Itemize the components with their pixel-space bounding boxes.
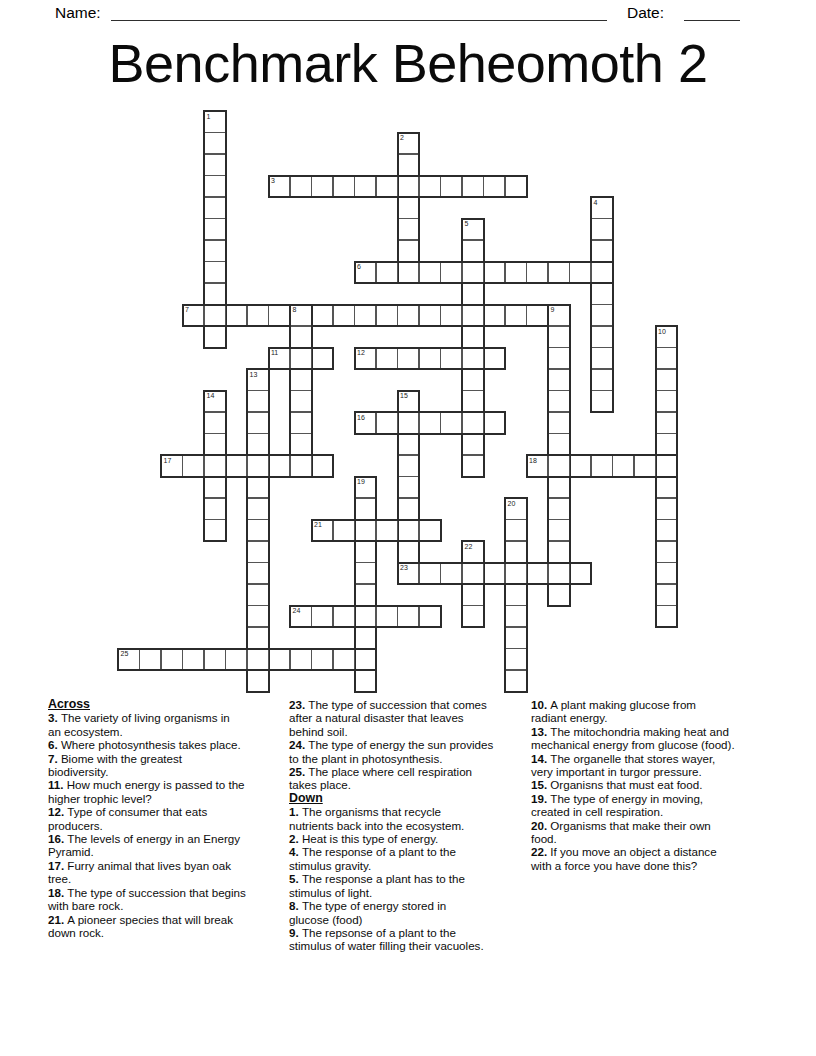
clue-23-across: 23. The type of succession that comesaft… <box>289 698 531 738</box>
cell-separator <box>291 433 311 434</box>
clue-number: 24 <box>293 607 301 615</box>
cell-separator <box>291 411 311 412</box>
clue-12-across: 12. Type of consumer that eatsproducers. <box>48 805 290 832</box>
cell-separator <box>592 347 612 348</box>
cell-separator <box>590 263 591 283</box>
cell-separator <box>461 413 462 433</box>
clue-number: 13 <box>250 371 258 379</box>
cell-separator <box>463 239 483 240</box>
cell-separator <box>440 177 441 197</box>
clue-number: 8 <box>293 306 297 314</box>
cell-separator <box>311 177 312 197</box>
cell-separator <box>182 650 183 670</box>
cell-separator <box>203 456 204 476</box>
clue-number: 10 <box>658 328 666 336</box>
cell-separator <box>549 347 569 348</box>
cell-separator <box>289 650 290 670</box>
answer-16-across[interactable]: 16 <box>354 411 507 435</box>
cell-separator <box>375 349 376 369</box>
cell-separator <box>549 325 569 326</box>
clue-number: 19 <box>357 478 365 486</box>
cell-separator <box>205 175 225 176</box>
cell-separator <box>440 263 441 283</box>
cell-separator <box>569 263 570 283</box>
cell-separator <box>461 564 462 584</box>
cell-separator <box>205 282 225 283</box>
cell-separator <box>506 540 526 541</box>
cell-separator <box>549 411 569 412</box>
cell-separator <box>225 456 226 476</box>
cell-separator <box>657 411 677 412</box>
cell-separator <box>526 564 527 584</box>
page-title: Benchmark Beheomoth 2 <box>0 36 816 90</box>
clue-11-across: 11. How much energy is passed to thehigh… <box>48 778 290 805</box>
cell-separator <box>203 650 204 670</box>
cell-separator <box>506 519 526 520</box>
cell-separator <box>375 413 376 433</box>
cell-separator <box>375 306 376 326</box>
cell-separator <box>504 306 505 326</box>
answer-7-across[interactable]: 7 <box>182 304 571 328</box>
cell-separator <box>248 497 268 498</box>
clue-19-down: 19. The type of energy in moving,created… <box>531 792 767 819</box>
cell-separator <box>612 456 613 476</box>
cell-separator <box>268 456 269 476</box>
clue-7-across: 7. Biome with the greatestbiodiversity. <box>48 752 290 779</box>
cell-separator <box>463 390 483 391</box>
cell-separator <box>246 650 247 670</box>
clue-column-3: 10. A plant making glucose fromradiant e… <box>531 698 767 872</box>
cell-separator <box>418 349 419 369</box>
cell-separator <box>418 306 419 326</box>
answer-12-across[interactable]: 12 <box>354 347 507 371</box>
down-header: Down <box>289 792 531 805</box>
cell-separator <box>354 177 355 197</box>
clue-number: 9 <box>551 306 555 314</box>
clue-number: 15 <box>400 392 408 400</box>
cell-separator <box>549 497 569 498</box>
clue-1-down: 1. The organisms that recyclenutrients b… <box>289 805 531 832</box>
cell-separator <box>440 564 441 584</box>
clue-number: 23 <box>400 564 408 572</box>
cell-separator <box>291 390 311 391</box>
clue-number: 14 <box>207 392 215 400</box>
clue-number: 12 <box>357 349 365 357</box>
cell-separator <box>205 196 225 197</box>
cell-separator <box>657 519 677 520</box>
cell-separator <box>397 521 398 541</box>
cell-separator <box>399 497 419 498</box>
cell-separator <box>657 347 677 348</box>
cell-separator <box>483 306 484 326</box>
cell-separator <box>483 349 484 369</box>
cell-separator <box>248 626 268 627</box>
cell-separator <box>506 669 526 670</box>
cell-separator <box>248 519 268 520</box>
name-input-line[interactable] <box>111 20 607 21</box>
cell-separator <box>248 433 268 434</box>
cell-separator <box>592 239 612 240</box>
cell-separator <box>397 413 398 433</box>
date-input-line[interactable] <box>684 20 740 21</box>
cell-separator <box>289 456 290 476</box>
cell-separator <box>418 177 419 197</box>
cell-separator <box>354 607 355 627</box>
cell-separator <box>399 218 419 219</box>
clue-25-across: 25. The place where cell respirationtake… <box>289 765 531 792</box>
cell-separator <box>399 454 419 455</box>
clue-22-down: 22. If you move an object a distancewith… <box>531 845 767 872</box>
cell-separator <box>592 325 612 326</box>
cell-separator <box>504 564 505 584</box>
cell-separator <box>549 433 569 434</box>
cell-separator <box>504 263 505 283</box>
cell-separator <box>205 433 225 434</box>
clue-10-down: 10. A plant making glucose fromradiant e… <box>531 698 767 725</box>
cell-separator <box>461 349 462 369</box>
clue-number: 18 <box>529 457 537 465</box>
name-label: Name: <box>55 4 101 22</box>
clue-number: 17 <box>164 457 172 465</box>
answer-3-across[interactable]: 3 <box>268 175 528 199</box>
clue-24-across: 24. The type of energy the sun providest… <box>289 738 531 765</box>
clue-number: 7 <box>185 306 189 314</box>
cell-separator <box>657 540 677 541</box>
cell-separator <box>418 607 419 627</box>
answer-13-down[interactable]: 13 <box>246 368 270 693</box>
cell-separator <box>461 177 462 197</box>
cell-separator <box>356 562 376 563</box>
cell-separator <box>506 648 526 649</box>
clue-15-down: 15. Organisns that must eat food. <box>531 778 767 791</box>
cell-separator <box>205 261 225 262</box>
cell-separator <box>549 390 569 391</box>
clue-21-across: 21. A pioneer species that will breakdow… <box>48 913 290 940</box>
cell-separator <box>592 390 612 391</box>
answer-25-across[interactable]: 25 <box>117 648 377 672</box>
cell-separator <box>397 349 398 369</box>
cell-separator <box>547 564 548 584</box>
cell-separator <box>268 306 269 326</box>
cell-separator <box>440 349 441 369</box>
cell-separator <box>205 411 225 412</box>
cell-separator <box>139 650 140 670</box>
cell-separator <box>248 562 268 563</box>
cell-separator <box>332 521 333 541</box>
cell-separator <box>418 564 419 584</box>
cell-separator <box>633 456 634 476</box>
cell-separator <box>205 519 225 520</box>
cell-separator <box>289 349 290 369</box>
cell-separator <box>399 476 419 477</box>
clue-17-across: 17. Furry animal that lives byan oaktree… <box>48 859 290 886</box>
cell-separator <box>657 390 677 391</box>
cell-separator <box>397 306 398 326</box>
cell-separator <box>332 650 333 670</box>
answer-11-across[interactable]: 11 <box>268 347 335 371</box>
cell-separator <box>248 583 268 584</box>
cell-separator <box>418 263 419 283</box>
cell-separator <box>289 177 290 197</box>
cell-separator <box>483 413 484 433</box>
cell-separator <box>375 263 376 283</box>
answer-8-down[interactable]: 8 <box>289 304 313 478</box>
cell-separator <box>461 263 462 283</box>
cell-separator <box>354 306 355 326</box>
cell-separator <box>547 263 548 283</box>
cell-separator <box>526 263 527 283</box>
clue-18-across: 18. The type of succession that beginswi… <box>48 886 290 913</box>
cell-separator <box>205 497 225 498</box>
clue-5-down: 5. The response a plant has to thestimul… <box>289 872 531 899</box>
cell-separator <box>248 605 268 606</box>
cell-separator <box>657 562 677 563</box>
cell-separator <box>356 497 376 498</box>
answer-4-down[interactable]: 4 <box>590 196 614 413</box>
cell-separator <box>248 540 268 541</box>
cell-separator <box>461 306 462 326</box>
cell-separator <box>506 605 526 606</box>
cell-separator <box>397 607 398 627</box>
cell-separator <box>203 306 204 326</box>
cell-separator <box>375 607 376 627</box>
cell-separator <box>399 153 419 154</box>
answer-17-across[interactable]: 17 <box>160 454 334 478</box>
cell-separator <box>354 521 355 541</box>
cell-separator <box>332 177 333 197</box>
cell-separator <box>205 218 225 219</box>
cell-separator <box>547 456 548 476</box>
cell-separator <box>504 177 505 197</box>
cell-separator <box>375 521 376 541</box>
cell-separator <box>332 607 333 627</box>
cell-separator <box>311 607 312 627</box>
clue-2-down: 2. Heat is this type of energy. <box>289 832 531 845</box>
cell-separator <box>225 306 226 326</box>
cell-separator <box>205 239 225 240</box>
answer-6-across[interactable]: 6 <box>354 261 614 285</box>
cell-separator <box>592 304 612 305</box>
worksheet-page: Name: Date: Benchmark Beheomoth 2 123456… <box>0 0 816 1056</box>
cell-separator <box>205 132 225 133</box>
cell-separator <box>440 413 441 433</box>
cell-separator <box>246 456 247 476</box>
clue-6-across: 6. Where photosynthesis takes place. <box>48 738 290 751</box>
answer-21-across[interactable]: 21 <box>311 519 442 543</box>
cell-separator <box>657 368 677 369</box>
clue-number: 6 <box>357 263 361 271</box>
clue-number: 2 <box>400 134 404 142</box>
answer-18-across[interactable]: 18 <box>526 454 679 478</box>
clue-column-1: Across3. The variety of living organisms… <box>48 698 290 939</box>
clue-number: 20 <box>508 500 516 508</box>
cell-separator <box>246 306 247 326</box>
clue-number: 1 <box>207 113 211 121</box>
cell-separator <box>418 413 419 433</box>
cell-separator <box>483 177 484 197</box>
crossword-grid: 1234567891011121314151617181920212223242… <box>118 111 677 692</box>
cell-separator <box>248 390 268 391</box>
cell-separator <box>440 306 441 326</box>
cell-separator <box>657 583 677 584</box>
cell-separator <box>354 650 355 670</box>
clue-number: 3 <box>271 177 275 185</box>
cell-separator <box>418 521 419 541</box>
cell-separator <box>375 177 376 197</box>
cell-separator <box>569 456 570 476</box>
cell-separator <box>655 456 656 476</box>
clue-number: 25 <box>121 650 129 658</box>
cell-separator <box>397 177 398 197</box>
clue-number: 21 <box>314 521 322 529</box>
cell-separator <box>549 368 569 369</box>
cell-separator <box>311 650 312 670</box>
clue-4-down: 4. The response of a plant to thestimulu… <box>289 845 531 872</box>
cell-separator <box>483 263 484 283</box>
cell-separator <box>569 564 570 584</box>
clue-20-down: 20. Organisms that make their ownfood. <box>531 819 767 846</box>
cell-separator <box>399 239 419 240</box>
answer-23-across[interactable]: 23 <box>397 562 593 586</box>
clue-number: 16 <box>357 414 365 422</box>
clue-3-across: 3. The variety of living organisms inan … <box>48 711 290 738</box>
cell-separator <box>225 650 226 670</box>
cell-separator <box>657 605 677 606</box>
cell-separator <box>506 626 526 627</box>
clue-8-down: 8. The type of energy stored inglucose (… <box>289 899 531 926</box>
cell-separator <box>590 456 591 476</box>
cell-separator <box>483 564 484 584</box>
date-label: Date: <box>627 4 664 22</box>
cell-separator <box>182 456 183 476</box>
cell-separator <box>311 349 312 369</box>
cell-separator <box>592 218 612 219</box>
clue-9-down: 9. The repsonse of a plant to thestimulu… <box>289 926 531 953</box>
cell-separator <box>332 306 333 326</box>
cell-separator <box>549 540 569 541</box>
clue-13-down: 13. The mitochondria making heat andmech… <box>531 725 767 752</box>
answer-20-down[interactable]: 20 <box>504 497 528 693</box>
cell-separator <box>657 497 677 498</box>
cell-separator <box>657 433 677 434</box>
clue-14-down: 14. The organelle that stores wayer,very… <box>531 752 767 779</box>
cell-separator <box>463 454 483 455</box>
clue-number: 5 <box>465 220 469 228</box>
cell-separator <box>463 605 483 606</box>
cell-separator <box>160 650 161 670</box>
clue-number: 22 <box>465 543 473 551</box>
cell-separator <box>205 153 225 154</box>
answer-24-across[interactable]: 24 <box>289 605 442 629</box>
cell-separator <box>397 263 398 283</box>
cell-separator <box>311 456 312 476</box>
across-header: Across <box>48 698 290 711</box>
clue-16-across: 16. The levels of energy in an EnergyPyr… <box>48 832 290 859</box>
cell-separator <box>526 306 527 326</box>
clue-column-2: 23. The type of succession that comesaft… <box>289 698 531 953</box>
clue-number: 11 <box>271 349 278 357</box>
clue-number: 4 <box>594 199 598 207</box>
cell-separator <box>291 325 311 326</box>
cell-separator <box>549 519 569 520</box>
cell-separator <box>356 583 376 584</box>
cell-separator <box>268 650 269 670</box>
cell-separator <box>248 411 268 412</box>
cell-separator <box>592 368 612 369</box>
